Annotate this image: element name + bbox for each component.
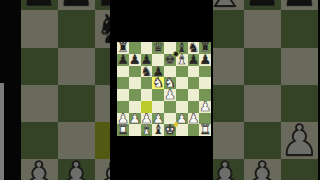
square-g5[interactable] bbox=[188, 77, 200, 89]
piece-black-pawn-g7[interactable]: ♟ bbox=[188, 54, 200, 66]
piece-white-bishop-c1[interactable]: ♝ bbox=[141, 124, 153, 136]
piece-white-rook-a1[interactable]: ♜ bbox=[117, 124, 129, 136]
square-d4[interactable] bbox=[152, 89, 164, 101]
square-b4[interactable] bbox=[129, 89, 141, 101]
video-area: ♜♛♝♞♜♟♟♟♚♝♟♟♞♟♞♞♟♟♟♟♟♟♟♟♜♝♝♚♜ bbox=[110, 0, 213, 180]
piece-black-pawn-a7[interactable]: ♟ bbox=[117, 54, 129, 66]
square-e3[interactable] bbox=[164, 101, 176, 113]
square-a6[interactable] bbox=[117, 66, 129, 78]
square-h6[interactable] bbox=[199, 66, 211, 78]
square-b1[interactable] bbox=[129, 124, 141, 136]
piece-white-pawn-g2[interactable]: ♟ bbox=[188, 113, 200, 125]
square-f4[interactable] bbox=[176, 89, 188, 101]
piece-black-pawn-h7[interactable]: ♟ bbox=[199, 54, 211, 66]
square-b6[interactable] bbox=[129, 66, 141, 78]
square-f6[interactable] bbox=[176, 66, 188, 78]
move-marker-f2 bbox=[174, 122, 179, 127]
piece-black-bishop-d1[interactable]: ♝ bbox=[152, 124, 164, 136]
chess-board[interactable]: ♜♛♝♞♜♟♟♟♚♝♟♟♞♟♞♞♟♟♟♟♟♟♟♟♜♝♝♚♜ bbox=[110, 0, 213, 180]
piece-white-pawn-h3[interactable]: ♟ bbox=[199, 101, 211, 113]
square-g6[interactable] bbox=[188, 66, 200, 78]
piece-black-queen-d8[interactable]: ♛ bbox=[152, 42, 164, 54]
video-frame: ♜♛♝♞♜♟♟♟♚♝♟♟♞♟♞♞♟♟♟♟♟♟♟♟♜♝♝♚♜ ♜♛♝♞♜♟♟♟♚♝… bbox=[0, 0, 320, 180]
square-a5[interactable] bbox=[117, 77, 129, 89]
piece-black-knight-c6[interactable]: ♞ bbox=[141, 66, 153, 78]
piece-white-pawn-b2[interactable]: ♟ bbox=[129, 113, 141, 125]
page-edge-strip bbox=[0, 83, 4, 180]
square-c4[interactable] bbox=[141, 89, 153, 101]
square-b5[interactable] bbox=[129, 77, 141, 89]
square-g1[interactable] bbox=[188, 124, 200, 136]
square-a4[interactable] bbox=[117, 89, 129, 101]
square-g4[interactable] bbox=[188, 89, 200, 101]
piece-white-pawn-e4[interactable]: ♟ bbox=[164, 89, 176, 101]
piece-white-knight-d5[interactable]: ♞ bbox=[152, 77, 164, 89]
square-f5[interactable] bbox=[176, 77, 188, 89]
square-h5[interactable] bbox=[199, 77, 211, 89]
piece-black-pawn-b7[interactable]: ♟ bbox=[129, 54, 141, 66]
piece-white-rook-h1[interactable]: ♜ bbox=[199, 124, 211, 136]
move-marker-e7 bbox=[173, 51, 179, 57]
square-c5[interactable] bbox=[141, 77, 153, 89]
